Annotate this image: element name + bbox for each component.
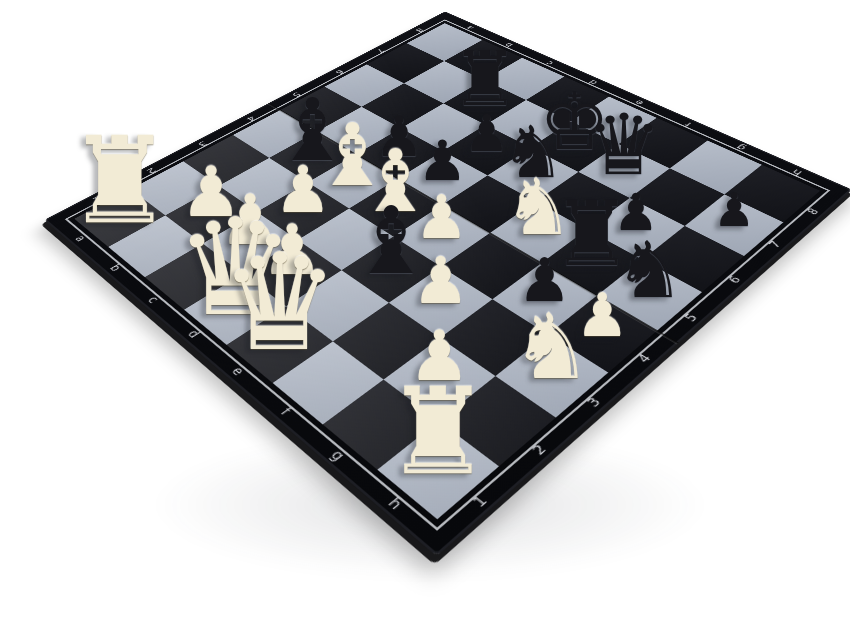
white-pawn-f3[interactable]: ♟ — [411, 249, 469, 314]
white-knight-h3[interactable]: ♞ — [511, 301, 593, 392]
black-queen-f7[interactable]: ♛ — [586, 103, 661, 187]
black-pawn-h7[interactable]: ♟ — [713, 187, 755, 234]
white-queen-e1[interactable]: ♛ — [220, 236, 340, 370]
white-rook-a1[interactable]: ♜ — [66, 121, 174, 241]
white-rook-h1[interactable]: ♜ — [384, 372, 492, 492]
product-photo-page: abcdefgh abcdefgh 12345678 12345678 ♜♚♟♟… — [0, 0, 850, 624]
